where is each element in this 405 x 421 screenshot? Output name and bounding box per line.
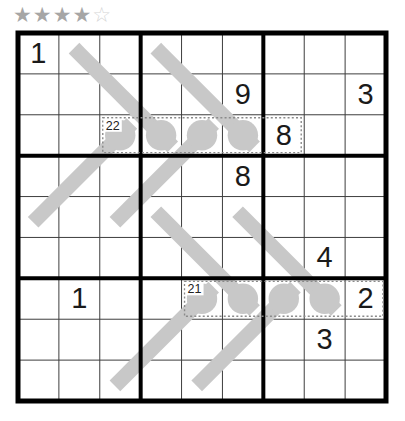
cell-r2c8[interactable]: [304, 74, 345, 115]
cell-r6c5[interactable]: [182, 237, 223, 278]
cell-r9c3[interactable]: [100, 360, 141, 401]
cell-r8c5[interactable]: [182, 319, 223, 360]
cell-r6c8[interactable]: 4: [304, 237, 345, 278]
cell-r3c4[interactable]: [141, 115, 182, 156]
cell-r2c9[interactable]: 3: [345, 74, 386, 115]
star-filled-icon: ★: [33, 3, 53, 26]
cell-r7c8[interactable]: [304, 278, 345, 319]
sudoku-grid: 193884123: [18, 33, 386, 401]
cell-r1c6[interactable]: [222, 33, 263, 74]
cell-r8c1[interactable]: [18, 319, 59, 360]
cell-r3c1[interactable]: [18, 115, 59, 156]
cell-r8c9[interactable]: [345, 319, 386, 360]
cell-r9c9[interactable]: [345, 360, 386, 401]
cell-r2c1[interactable]: [18, 74, 59, 115]
cell-r4c6[interactable]: 8: [222, 156, 263, 197]
cell-r6c9[interactable]: [345, 237, 386, 278]
cell-r1c2[interactable]: [59, 33, 100, 74]
cell-r2c5[interactable]: [182, 74, 223, 115]
cell-r3c9[interactable]: [345, 115, 386, 156]
sudoku-board: 2221 193884123: [18, 33, 386, 401]
cell-r6c7[interactable]: [263, 237, 304, 278]
cell-r7c3[interactable]: [100, 278, 141, 319]
cell-r6c6[interactable]: [222, 237, 263, 278]
cell-r9c6[interactable]: [222, 360, 263, 401]
cell-r2c4[interactable]: [141, 74, 182, 115]
cell-r2c7[interactable]: [263, 74, 304, 115]
cell-r6c1[interactable]: [18, 237, 59, 278]
cell-r7c1[interactable]: [18, 278, 59, 319]
cell-r8c6[interactable]: [222, 319, 263, 360]
cell-r3c7[interactable]: 8: [263, 115, 304, 156]
cell-r7c2[interactable]: 1: [59, 278, 100, 319]
cell-r2c3[interactable]: [100, 74, 141, 115]
cell-r6c3[interactable]: [100, 237, 141, 278]
cell-r4c2[interactable]: [59, 156, 100, 197]
cell-r7c4[interactable]: [141, 278, 182, 319]
star-empty-icon: ☆: [92, 3, 112, 26]
star-filled-icon: ★: [72, 3, 92, 26]
cell-r2c6[interactable]: 9: [222, 74, 263, 115]
cell-r7c9[interactable]: 2: [345, 278, 386, 319]
cell-r5c5[interactable]: [182, 197, 223, 238]
cell-r5c8[interactable]: [304, 197, 345, 238]
star-filled-icon: ★: [53, 3, 73, 26]
cell-r1c5[interactable]: [182, 33, 223, 74]
cell-r5c4[interactable]: [141, 197, 182, 238]
cell-r8c7[interactable]: [263, 319, 304, 360]
cell-r9c1[interactable]: [18, 360, 59, 401]
cell-r9c7[interactable]: [263, 360, 304, 401]
cell-r1c4[interactable]: [141, 33, 182, 74]
cell-r4c4[interactable]: [141, 156, 182, 197]
difficulty-rating: ★★★★☆: [13, 2, 112, 28]
cell-r4c5[interactable]: [182, 156, 223, 197]
cell-r2c2[interactable]: [59, 74, 100, 115]
cell-r4c9[interactable]: [345, 156, 386, 197]
cell-r1c7[interactable]: [263, 33, 304, 74]
star-filled-icon: ★: [13, 3, 33, 26]
cell-r3c6[interactable]: [222, 115, 263, 156]
cell-r6c4[interactable]: [141, 237, 182, 278]
cell-r5c9[interactable]: [345, 197, 386, 238]
cell-r5c2[interactable]: [59, 197, 100, 238]
cell-r1c8[interactable]: [304, 33, 345, 74]
cell-r7c7[interactable]: [263, 278, 304, 319]
cell-r8c3[interactable]: [100, 319, 141, 360]
cell-r5c1[interactable]: [18, 197, 59, 238]
cell-r9c5[interactable]: [182, 360, 223, 401]
cell-r5c3[interactable]: [100, 197, 141, 238]
cell-r9c4[interactable]: [141, 360, 182, 401]
cell-r4c1[interactable]: [18, 156, 59, 197]
cell-r4c7[interactable]: [263, 156, 304, 197]
cell-r7c6[interactable]: [222, 278, 263, 319]
cell-r3c5[interactable]: [182, 115, 223, 156]
cell-r3c8[interactable]: [304, 115, 345, 156]
cell-r8c2[interactable]: [59, 319, 100, 360]
cell-r1c1[interactable]: 1: [18, 33, 59, 74]
cell-r5c6[interactable]: [222, 197, 263, 238]
cell-r9c2[interactable]: [59, 360, 100, 401]
cell-r1c3[interactable]: [100, 33, 141, 74]
cell-r5c7[interactable]: [263, 197, 304, 238]
cell-r6c2[interactable]: [59, 237, 100, 278]
cell-r8c8[interactable]: 3: [304, 319, 345, 360]
cell-r4c8[interactable]: [304, 156, 345, 197]
cell-r3c3[interactable]: [100, 115, 141, 156]
cell-r3c2[interactable]: [59, 115, 100, 156]
cell-r4c3[interactable]: [100, 156, 141, 197]
cell-r8c4[interactable]: [141, 319, 182, 360]
cell-r9c8[interactable]: [304, 360, 345, 401]
cell-r7c5[interactable]: [182, 278, 223, 319]
cell-r1c9[interactable]: [345, 33, 386, 74]
